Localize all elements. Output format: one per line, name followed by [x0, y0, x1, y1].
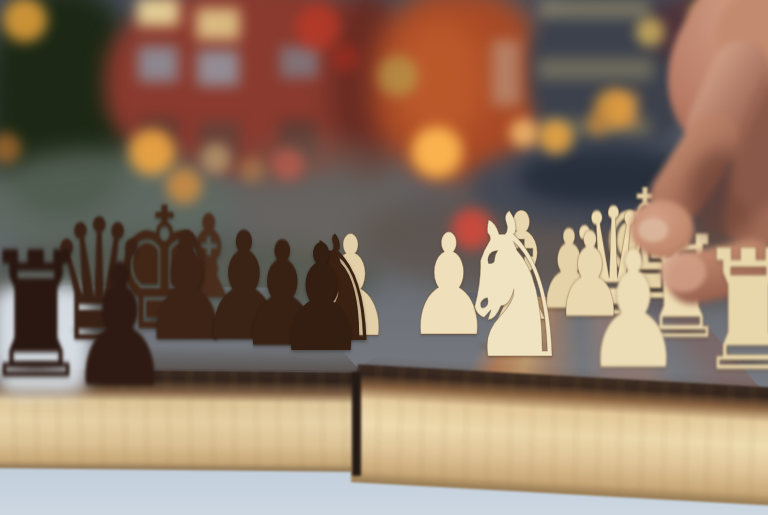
chess-street-photo: ♝♚♟♛♟♝♚♟♟♛♜♟♟♞♟♟♞♟♜♜♟: [0, 0, 768, 515]
table-surface-left: [0, 286, 90, 394]
board-front-edge-right: [351, 364, 768, 505]
board-fold-seam: [352, 372, 361, 476]
wood-grain: [351, 364, 768, 505]
